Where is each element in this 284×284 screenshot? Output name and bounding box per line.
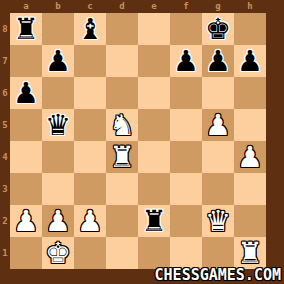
square-g6[interactable] — [202, 77, 234, 109]
black-queen-b5: ♛ — [45, 111, 71, 140]
square-d1[interactable] — [106, 237, 138, 269]
square-h5[interactable] — [234, 109, 266, 141]
file-label-f: f — [170, 0, 202, 13]
square-a5[interactable] — [10, 109, 42, 141]
square-g2[interactable]: ♛ — [202, 205, 234, 237]
square-e4[interactable] — [138, 141, 170, 173]
black-bishop-c8: ♝ — [77, 15, 103, 44]
square-d4[interactable]: ♜ — [106, 141, 138, 173]
white-knight-d5: ♞ — [109, 111, 135, 140]
square-g5[interactable]: ♟ — [202, 109, 234, 141]
rank-label-2: 2 — [0, 205, 10, 237]
square-a2[interactable]: ♟ — [10, 205, 42, 237]
black-king-g8: ♚ — [205, 15, 231, 44]
square-f2[interactable] — [170, 205, 202, 237]
square-g1[interactable] — [202, 237, 234, 269]
square-b5[interactable]: ♛ — [42, 109, 74, 141]
square-g7[interactable]: ♟ — [202, 45, 234, 77]
square-h8[interactable] — [234, 13, 266, 45]
square-g3[interactable] — [202, 173, 234, 205]
square-h1[interactable]: ♜ — [234, 237, 266, 269]
black-pawn-h7: ♟ — [237, 47, 263, 76]
square-a3[interactable] — [10, 173, 42, 205]
square-g4[interactable] — [202, 141, 234, 173]
square-a1[interactable] — [10, 237, 42, 269]
square-e6[interactable] — [138, 77, 170, 109]
square-h6[interactable] — [234, 77, 266, 109]
square-b1[interactable]: ♚ — [42, 237, 74, 269]
square-c5[interactable] — [74, 109, 106, 141]
file-label-e: e — [138, 0, 170, 13]
square-c2[interactable]: ♟ — [74, 205, 106, 237]
square-b7[interactable]: ♟ — [42, 45, 74, 77]
square-f6[interactable] — [170, 77, 202, 109]
square-e1[interactable] — [138, 237, 170, 269]
rank-label-4: 4 — [0, 141, 10, 173]
square-h3[interactable] — [234, 173, 266, 205]
square-h7[interactable]: ♟ — [234, 45, 266, 77]
rank-label-6: 6 — [0, 77, 10, 109]
square-e5[interactable] — [138, 109, 170, 141]
square-b2[interactable]: ♟ — [42, 205, 74, 237]
rank-label-3: 3 — [0, 173, 10, 205]
square-e3[interactable] — [138, 173, 170, 205]
rank-label-1: 1 — [0, 237, 10, 269]
square-h2[interactable] — [234, 205, 266, 237]
square-d7[interactable] — [106, 45, 138, 77]
black-rook-e2: ♜ — [141, 207, 167, 236]
square-a7[interactable] — [10, 45, 42, 77]
white-pawn-b2: ♟ — [45, 207, 71, 236]
file-label-d: d — [106, 0, 138, 13]
square-g8[interactable]: ♚ — [202, 13, 234, 45]
rank-label-7: 7 — [0, 45, 10, 77]
square-d8[interactable] — [106, 13, 138, 45]
square-b6[interactable] — [42, 77, 74, 109]
square-d3[interactable] — [106, 173, 138, 205]
white-pawn-h4: ♟ — [237, 143, 263, 172]
black-pawn-a6: ♟ — [13, 79, 39, 108]
square-f8[interactable] — [170, 13, 202, 45]
square-b8[interactable] — [42, 13, 74, 45]
rank-labels: 87654321 — [0, 13, 10, 269]
white-king-b1: ♚ — [45, 239, 71, 268]
square-h4[interactable]: ♟ — [234, 141, 266, 173]
rank-label-5: 5 — [0, 109, 10, 141]
black-rook-a8: ♜ — [13, 15, 39, 44]
square-a4[interactable] — [10, 141, 42, 173]
square-f7[interactable]: ♟ — [170, 45, 202, 77]
square-c4[interactable] — [74, 141, 106, 173]
square-e7[interactable] — [138, 45, 170, 77]
rank-label-8: 8 — [0, 13, 10, 45]
square-f5[interactable] — [170, 109, 202, 141]
white-queen-g2: ♛ — [205, 207, 231, 236]
white-pawn-c2: ♟ — [77, 207, 103, 236]
file-label-b: b — [42, 0, 74, 13]
square-e2[interactable]: ♜ — [138, 205, 170, 237]
chess-board: ♜♝♚♟♟♟♟♟♛♞♟♜♟♟♟♟♜♛♚♜ — [10, 13, 266, 269]
white-rook-d4: ♜ — [109, 143, 135, 172]
square-d6[interactable] — [106, 77, 138, 109]
square-a8[interactable]: ♜ — [10, 13, 42, 45]
chess-diagram: abcdefgh 87654321 ♜♝♚♟♟♟♟♟♛♞♟♜♟♟♟♟♜♛♚♜ C… — [0, 0, 284, 284]
square-f3[interactable] — [170, 173, 202, 205]
square-c1[interactable] — [74, 237, 106, 269]
white-pawn-a2: ♟ — [13, 207, 39, 236]
square-f1[interactable] — [170, 237, 202, 269]
black-pawn-b7: ♟ — [45, 47, 71, 76]
square-e8[interactable] — [138, 13, 170, 45]
square-d5[interactable]: ♞ — [106, 109, 138, 141]
chessgames-watermark: CHESSGAMES.COM — [155, 267, 281, 284]
square-c3[interactable] — [74, 173, 106, 205]
white-pawn-g5: ♟ — [205, 111, 231, 140]
black-pawn-g7: ♟ — [205, 47, 231, 76]
square-b3[interactable] — [42, 173, 74, 205]
square-c7[interactable] — [74, 45, 106, 77]
white-rook-h1: ♜ — [237, 239, 263, 268]
square-a6[interactable]: ♟ — [10, 77, 42, 109]
square-d2[interactable] — [106, 205, 138, 237]
square-c8[interactable]: ♝ — [74, 13, 106, 45]
file-label-h: h — [234, 0, 266, 13]
square-b4[interactable] — [42, 141, 74, 173]
square-f4[interactable] — [170, 141, 202, 173]
square-c6[interactable] — [74, 77, 106, 109]
black-pawn-f7: ♟ — [173, 47, 199, 76]
